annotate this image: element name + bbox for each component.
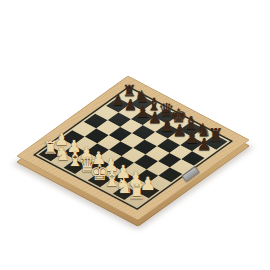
- board-playing-area: [33, 86, 233, 210]
- product-photo-chess-set: ♜♞♝♛♚♝♞♜♟♟♟♟♟♟♟♟♟♟♟♟♟♟♟♟♜♞♝♛♚♝♞♜: [0, 0, 270, 270]
- chess-board: [16, 75, 250, 220]
